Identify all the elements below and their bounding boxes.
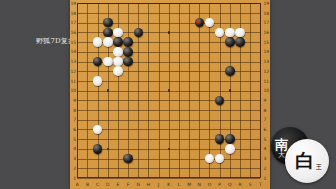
col-label: A [74,182,80,187]
col-label: N [196,182,202,187]
row-label-left: 2 [71,166,77,171]
white-stone [103,57,113,67]
white-stone [225,28,235,38]
col-label: H [145,182,151,187]
white-stone [113,66,123,76]
white-stone [93,76,103,86]
black-stone [103,18,113,28]
star-point [229,89,231,91]
col-label: M [186,182,192,187]
row-label-left: 12 [71,69,77,74]
row-label-right: 12 [264,69,270,74]
row-label-left: 16 [71,30,77,35]
col-label: G [135,182,141,187]
row-label-right: 16 [264,30,270,35]
star-point [168,148,170,150]
channel-logo: 南 大 白 王 [268,124,330,186]
row-label-left: 7 [71,117,77,122]
star-point [107,148,109,150]
row-label-left: 14 [71,49,77,54]
col-label: P [217,182,223,187]
col-label: E [115,182,121,187]
col-label: O [206,182,212,187]
logo-white-stone: 白 王 [285,139,329,183]
row-label-right: 10 [264,88,270,93]
row-label-right: 17 [264,20,270,25]
row-label-right: 15 [264,40,270,45]
black-stone [123,47,133,57]
row-label-left: 1 [71,176,77,181]
black-stone [123,154,133,164]
black-stone [225,66,235,76]
row-label-left: 15 [71,40,77,45]
row-label-right: 7 [264,117,270,122]
col-label: R [237,182,243,187]
white-stone [113,28,123,38]
row-label-left: 8 [71,108,77,113]
row-label-right: 9 [264,98,270,103]
row-label-left: 18 [71,11,77,16]
black-stone [235,37,245,47]
black-stone [123,37,133,47]
black-stone [113,37,123,47]
white-stone [113,47,123,57]
screenshot-root: { "app": { "background_color": "#4b4b4e"… [0,0,336,189]
star-point [168,31,170,33]
col-label: Q [227,182,233,187]
col-label: B [84,182,90,187]
col-label: J [156,182,162,187]
col-label: K [166,182,172,187]
white-stone [225,144,235,154]
logo-white-stone-main-glyph: 白 [295,148,314,174]
row-label-left: 6 [71,127,77,132]
row-label-right: 13 [264,59,270,64]
row-label-right: 18 [264,11,270,16]
black-stone [103,28,113,38]
row-label-right: 11 [264,79,270,84]
row-label-left: 17 [71,20,77,25]
col-label: F [125,182,131,187]
col-label: C [95,182,101,187]
white-stone [103,37,113,47]
col-label: L [176,182,182,187]
row-label-left: 19 [71,1,77,6]
white-stone [113,57,123,67]
go-board[interactable]: ABCDEFGHJKLMNOPQRST191918181717161615151… [70,0,270,189]
row-label-left: 4 [71,146,77,151]
row-label-left: 10 [71,88,77,93]
row-label-left: 11 [71,79,77,84]
logo-white-stone-small-glyph: 王 [316,163,322,172]
star-point [107,89,109,91]
row-label-left: 3 [71,156,77,161]
row-label-left: 13 [71,59,77,64]
row-label-right: 8 [264,108,270,113]
black-stone [225,134,235,144]
col-label: T [257,182,263,187]
row-label-right: 19 [264,1,270,6]
row-label-left: 9 [71,98,77,103]
black-stone [123,57,133,67]
last-move-marker [196,19,200,23]
row-label-left: 5 [71,137,77,142]
logo-black-stone-small-glyph: 大 [278,150,285,160]
black-stone [225,37,235,47]
col-label: D [105,182,111,187]
col-label: S [247,182,253,187]
row-label-right: 14 [264,49,270,54]
star-point [168,89,170,91]
white-stone [235,28,245,38]
black-stone [93,144,103,154]
